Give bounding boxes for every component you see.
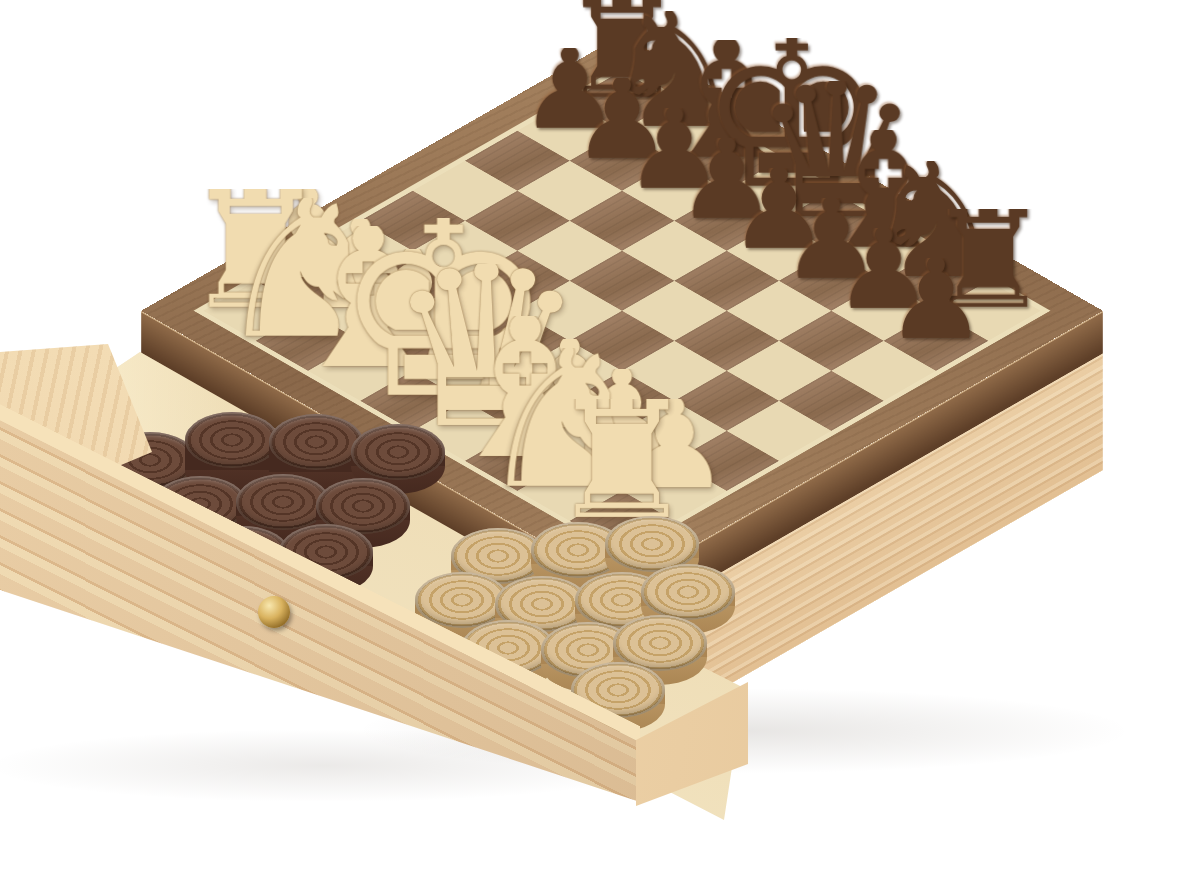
piece-dark-pawn-a7[interactable]: ♟ [856,258,1016,341]
checker-light-top [641,564,735,620]
drawer-knob[interactable] [258,596,290,628]
piece-light-rook-a1[interactable]: ♜ [542,399,702,521]
product-photo-wooden-chess-checkers-box: { "game": "chess", "product": "Wooden ch… [0,0,1200,870]
checker-dark-top [185,412,279,468]
checker-dark-top [351,424,445,480]
checker-dark-top [269,414,363,470]
